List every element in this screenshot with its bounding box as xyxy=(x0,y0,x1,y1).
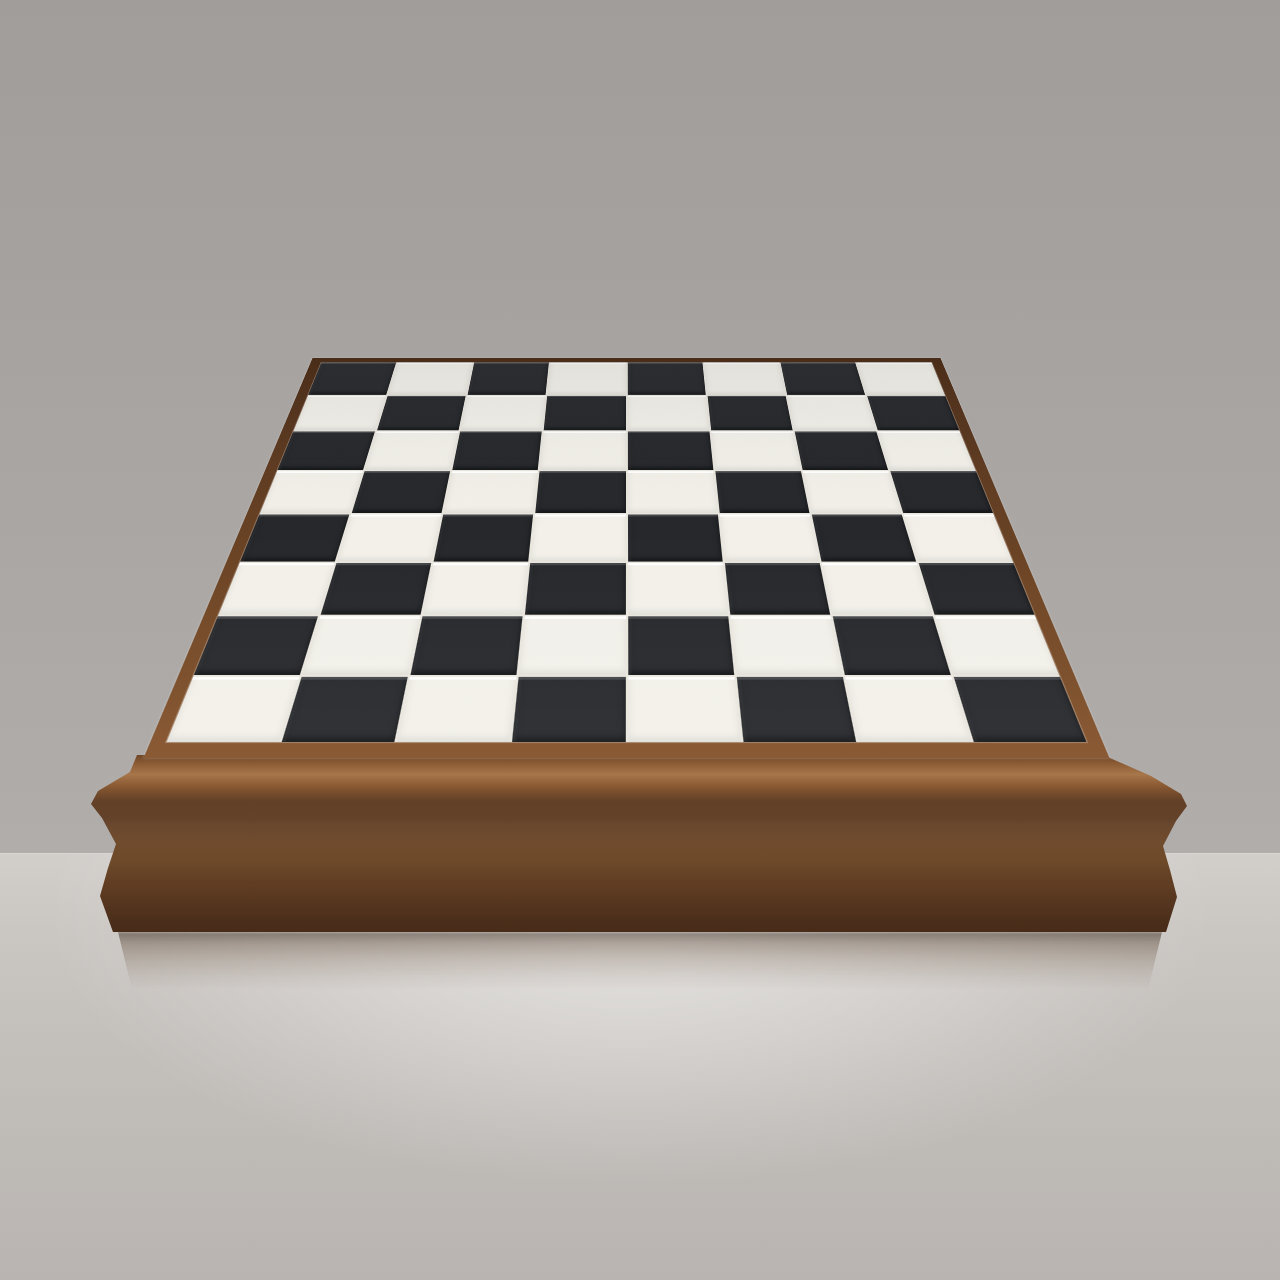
square-d3[interactable] xyxy=(525,563,625,615)
square-d5[interactable] xyxy=(536,471,626,513)
square-a6[interactable] xyxy=(278,431,375,469)
square-g8[interactable] xyxy=(780,362,865,394)
square-e2[interactable] xyxy=(628,616,734,674)
square-g1[interactable] xyxy=(845,676,971,742)
square-a8[interactable] xyxy=(308,362,396,394)
square-b3[interactable] xyxy=(321,563,432,615)
square-g3[interactable] xyxy=(821,563,932,615)
square-d8[interactable] xyxy=(548,362,626,394)
square-h7[interactable] xyxy=(867,395,959,430)
square-f3[interactable] xyxy=(725,563,830,615)
square-a1[interactable] xyxy=(167,676,300,742)
square-b6[interactable] xyxy=(365,431,458,469)
square-c2[interactable] xyxy=(411,616,523,674)
square-e1[interactable] xyxy=(628,676,741,742)
square-c8[interactable] xyxy=(468,362,549,394)
square-f6[interactable] xyxy=(711,431,801,469)
square-a7[interactable] xyxy=(294,395,386,430)
square-h5[interactable] xyxy=(890,471,993,513)
square-f8[interactable] xyxy=(704,362,785,394)
square-f7[interactable] xyxy=(707,395,792,430)
square-e3[interactable] xyxy=(628,563,728,615)
square-e8[interactable] xyxy=(627,362,705,394)
square-h8[interactable] xyxy=(857,362,945,394)
box-reflection xyxy=(0,932,1280,990)
square-b1[interactable] xyxy=(282,676,408,742)
square-f1[interactable] xyxy=(736,676,856,742)
square-g2[interactable] xyxy=(832,616,950,674)
square-e7[interactable] xyxy=(627,395,709,430)
square-g4[interactable] xyxy=(812,514,916,561)
square-d7[interactable] xyxy=(544,395,626,430)
square-b8[interactable] xyxy=(388,362,473,394)
square-e5[interactable] xyxy=(627,471,717,513)
square-c5[interactable] xyxy=(444,471,538,513)
board-grid xyxy=(167,362,1087,742)
square-a4[interactable] xyxy=(240,514,349,561)
square-a3[interactable] xyxy=(219,563,335,615)
square-d1[interactable] xyxy=(512,676,625,742)
square-h2[interactable] xyxy=(935,616,1059,674)
square-h3[interactable] xyxy=(918,563,1034,615)
square-h4[interactable] xyxy=(904,514,1013,561)
square-h1[interactable] xyxy=(953,676,1086,742)
square-d2[interactable] xyxy=(519,616,625,674)
square-c4[interactable] xyxy=(434,514,534,561)
square-g5[interactable] xyxy=(803,471,902,513)
square-b7[interactable] xyxy=(377,395,466,430)
square-d6[interactable] xyxy=(540,431,626,469)
square-c6[interactable] xyxy=(453,431,543,469)
square-a5[interactable] xyxy=(260,471,363,513)
square-c1[interactable] xyxy=(397,676,517,742)
square-c3[interactable] xyxy=(423,563,528,615)
square-g7[interactable] xyxy=(787,395,876,430)
square-d4[interactable] xyxy=(531,514,626,561)
chess-board xyxy=(144,358,1110,758)
square-e4[interactable] xyxy=(627,514,722,561)
square-e6[interactable] xyxy=(627,431,713,469)
square-c7[interactable] xyxy=(461,395,546,430)
square-b4[interactable] xyxy=(337,514,441,561)
square-g6[interactable] xyxy=(794,431,887,469)
square-f2[interactable] xyxy=(730,616,842,674)
square-a2[interactable] xyxy=(194,616,318,674)
square-f5[interactable] xyxy=(715,471,809,513)
square-h6[interactable] xyxy=(878,431,975,469)
square-f4[interactable] xyxy=(720,514,820,561)
square-b2[interactable] xyxy=(302,616,420,674)
square-b5[interactable] xyxy=(352,471,451,513)
